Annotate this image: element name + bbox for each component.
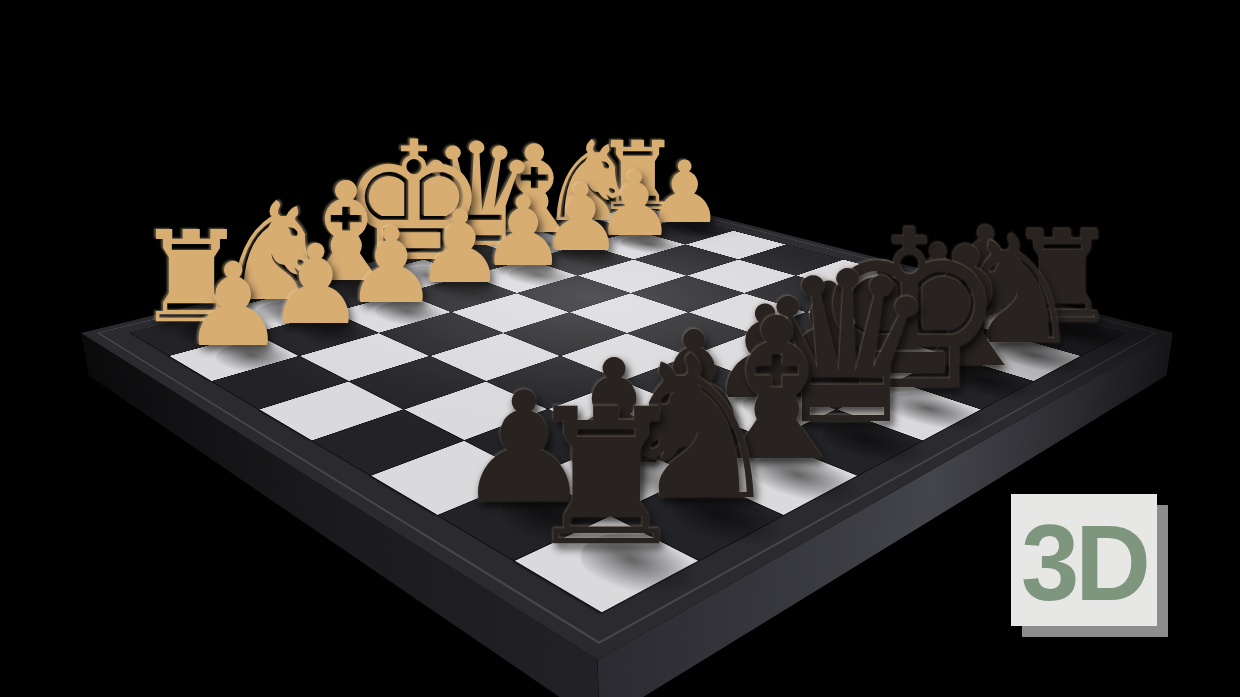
piece-white-pawn-a2[interactable]: ♟ [181, 248, 284, 363]
3d-logo-text: 3D [1021, 500, 1147, 625]
render-stage: ♜♞♝♚♛♝♞♜♟♟♟♟♟♟♟♟♟♟♟♟♟♟♟♟♜♞♝♛♚♝♞♜ 3D 3dla… [0, 0, 1240, 697]
piece-black-rook-a8[interactable]: ♜ [522, 385, 690, 573]
3d-logo: 3D [1011, 494, 1157, 626]
